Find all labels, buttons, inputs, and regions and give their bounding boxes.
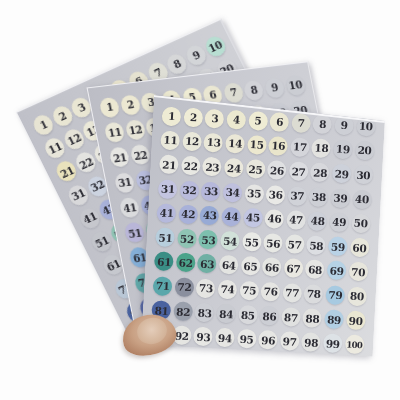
sticker-95: 95 xyxy=(237,329,257,349)
sticker-cell: 88 xyxy=(301,305,324,330)
sticker-25: 25 xyxy=(245,159,265,179)
sticker-90: 90 xyxy=(346,310,366,330)
sticker-69: 69 xyxy=(327,261,347,281)
sticker-cell: 57 xyxy=(283,231,306,256)
front-sheet-wrap: 1234567891011121314151617181920212223242… xyxy=(0,0,400,400)
sticker-31: 31 xyxy=(158,179,178,199)
thumb-nail-icon xyxy=(134,314,170,347)
sticker-cell: 34 xyxy=(221,180,244,205)
sticker-cell: 45 xyxy=(241,205,264,230)
sticker-cell: 53 xyxy=(197,227,220,252)
sticker-40: 40 xyxy=(352,189,372,209)
sticker-43: 43 xyxy=(200,205,220,225)
sticker-67: 67 xyxy=(283,258,303,278)
sticker-66: 66 xyxy=(262,257,282,277)
sticker-cell: 94 xyxy=(214,325,237,350)
sticker-cell: 75 xyxy=(238,278,261,303)
sticker-cell: 28 xyxy=(309,160,332,185)
sticker-cell: 32 xyxy=(178,177,201,202)
sticker-19: 19 xyxy=(333,139,353,159)
sticker-cell: 15 xyxy=(245,132,268,157)
sticker-cell: 63 xyxy=(196,251,219,276)
sticker-cell: 25 xyxy=(244,156,267,181)
sticker-cell: 50 xyxy=(349,211,372,236)
sticker-72: 72 xyxy=(174,277,194,297)
sticker-63: 63 xyxy=(197,254,217,274)
sticker-cell: 44 xyxy=(220,204,243,229)
sticker-27: 27 xyxy=(289,161,309,181)
sticker-74: 74 xyxy=(218,279,238,299)
sticker-cell: 90 xyxy=(344,308,367,333)
front-sheet: 1234567891011121314151617181920212223242… xyxy=(141,95,386,357)
sticker-85: 85 xyxy=(238,305,258,325)
sticker-cell: 39 xyxy=(329,185,352,210)
sticker-cell: 56 xyxy=(262,230,285,255)
sticker-cell: 19 xyxy=(332,137,355,162)
sticker-75: 75 xyxy=(239,280,259,300)
sticker-29: 29 xyxy=(332,164,352,184)
sticker-89: 89 xyxy=(324,309,344,329)
sticker-cell: 16 xyxy=(267,133,290,158)
sticker-cell: 62 xyxy=(174,250,197,275)
sticker-cell: 59 xyxy=(326,234,349,259)
sticker-56: 56 xyxy=(263,233,283,253)
sticker-11: 11 xyxy=(160,130,180,150)
sticker-93: 93 xyxy=(193,327,213,347)
sticker-cell: 85 xyxy=(236,302,259,327)
sticker-33: 33 xyxy=(201,181,221,201)
sticker-59: 59 xyxy=(328,236,348,256)
sticker-46: 46 xyxy=(264,209,284,229)
sticker-50: 50 xyxy=(351,213,371,233)
sticker-14: 14 xyxy=(225,134,245,154)
sticker-cell: 14 xyxy=(224,131,247,156)
sticker-78: 78 xyxy=(304,284,324,304)
sticker-cell: 89 xyxy=(323,307,346,332)
sticker-36: 36 xyxy=(266,185,286,205)
sticker-87: 87 xyxy=(281,307,301,327)
sticker-68: 68 xyxy=(305,260,325,280)
sticker-cell: 38 xyxy=(307,184,330,209)
sticker-35: 35 xyxy=(244,183,264,203)
sticker-71: 71 xyxy=(153,276,173,296)
sticker-51: 51 xyxy=(155,227,175,247)
sticker-24: 24 xyxy=(224,158,244,178)
sticker-cell: 17 xyxy=(288,134,311,159)
sticker-21: 21 xyxy=(159,155,179,175)
sticker-cell: 6 xyxy=(268,109,291,134)
sticker-cell: 11 xyxy=(159,128,182,153)
sticker-62: 62 xyxy=(176,253,196,273)
sticker-cell: 1 xyxy=(160,103,183,128)
sticker-cell: 64 xyxy=(217,252,240,277)
sticker-cell: 47 xyxy=(285,207,308,232)
sticker-cell: 67 xyxy=(282,256,305,281)
sticker-cell: 71 xyxy=(151,273,174,298)
sticker-42: 42 xyxy=(178,204,198,224)
sticker-47: 47 xyxy=(286,210,306,230)
sticker-64: 64 xyxy=(219,255,239,275)
sticker-cell: 5 xyxy=(247,108,270,133)
sticker-17: 17 xyxy=(290,137,310,157)
sticker-cell: 65 xyxy=(239,254,262,279)
sticker-52: 52 xyxy=(177,229,197,249)
sticker-49: 49 xyxy=(329,212,349,232)
sticker-cell: 36 xyxy=(264,182,287,207)
sticker-100: 100 xyxy=(344,335,364,355)
sticker-86: 86 xyxy=(259,306,279,326)
sticker-80: 80 xyxy=(347,286,367,306)
sticker-cell: 40 xyxy=(351,186,374,211)
sticker-7: 7 xyxy=(291,113,311,133)
sticker-99: 99 xyxy=(323,334,343,354)
sticker-cell: 82 xyxy=(172,299,195,324)
sticker-cell: 60 xyxy=(348,235,371,260)
sticker-20: 20 xyxy=(355,141,375,161)
sticker-cell: 68 xyxy=(304,257,327,282)
sticker-cell: 70 xyxy=(347,259,370,284)
sticker-23: 23 xyxy=(202,157,222,177)
sticker-cell: 43 xyxy=(198,203,221,228)
sticker-cell: 2 xyxy=(182,105,205,130)
sticker-cell: 42 xyxy=(177,202,200,227)
sticker-39: 39 xyxy=(330,188,350,208)
sticker-61: 61 xyxy=(154,252,174,272)
sticker-94: 94 xyxy=(215,328,235,348)
sticker-96: 96 xyxy=(258,330,278,350)
front-sheet-grid: 1234567891011121314151617181920212223242… xyxy=(141,95,386,358)
sticker-76: 76 xyxy=(261,282,281,302)
sticker-cell: 23 xyxy=(201,154,224,179)
sticker-cell: 80 xyxy=(345,283,368,308)
sticker-3: 3 xyxy=(205,108,225,128)
sticker-30: 30 xyxy=(353,165,373,185)
sticker-cell: 55 xyxy=(240,229,263,254)
sticker-cell: 24 xyxy=(222,155,245,180)
sticker-cell: 22 xyxy=(179,153,202,178)
sticker-44: 44 xyxy=(221,207,241,227)
sticker-cell: 4 xyxy=(225,107,248,132)
sticker-cell: 96 xyxy=(257,327,280,352)
sticker-cell: 10 xyxy=(354,114,377,139)
sticker-53: 53 xyxy=(199,230,219,250)
sticker-55: 55 xyxy=(242,232,262,252)
sticker-cell: 30 xyxy=(352,162,375,187)
sticker-cell: 49 xyxy=(328,209,351,234)
sticker-cell: 73 xyxy=(195,276,218,301)
sticker-cell: 97 xyxy=(278,329,301,354)
sticker-cell: 99 xyxy=(321,331,344,356)
sticker-84: 84 xyxy=(216,304,236,324)
sticker-cell: 72 xyxy=(173,274,196,299)
sticker-57: 57 xyxy=(285,234,305,254)
sticker-4: 4 xyxy=(226,110,246,130)
sticker-cell: 83 xyxy=(193,300,216,325)
sticker-88: 88 xyxy=(303,308,323,328)
sticker-13: 13 xyxy=(204,133,224,153)
sticker-cell: 18 xyxy=(310,136,333,161)
sticker-16: 16 xyxy=(268,136,288,156)
sticker-cell: 66 xyxy=(260,255,283,280)
sticker-cell: 13 xyxy=(202,130,225,155)
sticker-cell: 37 xyxy=(286,183,309,208)
sticker-22: 22 xyxy=(181,156,201,176)
photo-background: 1234567891011121314151617181920212223242… xyxy=(0,0,400,400)
sticker-38: 38 xyxy=(309,187,329,207)
sticker-65: 65 xyxy=(240,256,260,276)
sticker-82: 82 xyxy=(173,301,193,321)
sticker-cell: 21 xyxy=(158,152,181,177)
sticker-cell: 35 xyxy=(243,181,266,206)
sticker-6: 6 xyxy=(270,112,290,132)
sticker-83: 83 xyxy=(195,302,215,322)
sticker-cell: 48 xyxy=(306,208,329,233)
sticker-cell: 46 xyxy=(263,206,286,231)
sticker-79: 79 xyxy=(325,285,345,305)
sticker-cell: 100 xyxy=(343,332,366,357)
sticker-cell: 74 xyxy=(216,277,239,302)
sticker-54: 54 xyxy=(220,231,240,251)
sticker-18: 18 xyxy=(311,138,331,158)
sticker-cell: 78 xyxy=(302,281,325,306)
sticker-70: 70 xyxy=(348,262,368,282)
sticker-cell: 52 xyxy=(176,226,199,251)
sticker-cell: 54 xyxy=(219,228,242,253)
sticker-58: 58 xyxy=(306,235,326,255)
sticker-15: 15 xyxy=(247,135,267,155)
sticker-cell: 98 xyxy=(300,330,323,355)
sticker-41: 41 xyxy=(157,203,177,223)
sticker-73: 73 xyxy=(196,278,216,298)
sticker-cell: 41 xyxy=(155,200,178,225)
sticker-26: 26 xyxy=(267,160,287,180)
sticker-28: 28 xyxy=(310,163,330,183)
sticker-cell: 26 xyxy=(266,158,289,183)
sticker-98: 98 xyxy=(301,332,321,352)
sticker-cell: 31 xyxy=(156,176,179,201)
sticker-cell: 3 xyxy=(203,106,226,131)
sticker-60: 60 xyxy=(349,238,369,258)
sticker-cell: 95 xyxy=(235,326,258,351)
sticker-cell: 20 xyxy=(353,138,376,163)
sticker-37: 37 xyxy=(287,186,307,206)
sticker-cell: 93 xyxy=(192,324,215,349)
sticker-8: 8 xyxy=(313,114,333,134)
sticker-77: 77 xyxy=(282,283,302,303)
sticker-cell: 51 xyxy=(154,225,177,250)
sticker-cell: 61 xyxy=(153,249,176,274)
sticker-cell: 58 xyxy=(305,233,328,258)
sticker-cell: 12 xyxy=(181,129,204,154)
sticker-12: 12 xyxy=(182,132,202,152)
sticker-cell: 86 xyxy=(258,303,281,328)
sticker-45: 45 xyxy=(243,208,263,228)
sticker-48: 48 xyxy=(308,211,328,231)
sticker-cell: 29 xyxy=(330,161,353,186)
sticker-cell: 84 xyxy=(215,301,238,326)
sticker-34: 34 xyxy=(223,182,243,202)
sticker-cell: 77 xyxy=(281,280,304,305)
sticker-5: 5 xyxy=(248,111,268,131)
sticker-cell: 79 xyxy=(324,282,347,307)
sticker-32: 32 xyxy=(179,180,199,200)
sticker-97: 97 xyxy=(280,331,300,351)
sticker-cell: 69 xyxy=(325,258,348,283)
sticker-2: 2 xyxy=(183,107,203,127)
sticker-cell: 33 xyxy=(200,178,223,203)
sticker-cell: 27 xyxy=(287,159,310,184)
sticker-cell: 76 xyxy=(259,279,282,304)
sticker-1: 1 xyxy=(162,106,182,126)
sticker-cell: 87 xyxy=(280,304,303,329)
